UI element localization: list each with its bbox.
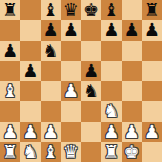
- square-a4[interactable]: ♝: [0, 81, 20, 101]
- white-bishop: ♝: [2, 81, 18, 101]
- black-bishop: ♝: [103, 0, 119, 20]
- black-pawn: ♟: [63, 20, 79, 40]
- square-b4[interactable]: [20, 81, 40, 101]
- black-rook: ♜: [144, 0, 160, 20]
- square-g5[interactable]: [122, 61, 142, 81]
- square-b5[interactable]: ♟: [20, 61, 40, 81]
- square-b7[interactable]: [20, 20, 40, 40]
- square-a1[interactable]: ♜: [0, 142, 20, 162]
- square-f2[interactable]: ♟: [101, 122, 121, 142]
- square-d3[interactable]: [61, 101, 81, 121]
- black-pawn: ♟: [43, 20, 59, 40]
- white-pawn: ♟: [63, 81, 79, 101]
- white-king: ♚: [124, 142, 140, 162]
- square-c8[interactable]: ♝: [41, 0, 61, 20]
- square-c1[interactable]: ♝: [41, 142, 61, 162]
- square-g1[interactable]: ♚: [122, 142, 142, 162]
- square-h7[interactable]: ♟: [142, 20, 162, 40]
- black-knight: ♞: [83, 81, 99, 101]
- square-b3[interactable]: [20, 101, 40, 121]
- square-h1[interactable]: [142, 142, 162, 162]
- square-h4[interactable]: [142, 81, 162, 101]
- white-pawn: ♟: [103, 122, 119, 142]
- square-g6[interactable]: [122, 41, 142, 61]
- white-pawn: ♟: [124, 122, 140, 142]
- square-a3[interactable]: [0, 101, 20, 121]
- black-pawn: ♟: [2, 41, 18, 61]
- square-c5[interactable]: [41, 61, 61, 81]
- square-g3[interactable]: [122, 101, 142, 121]
- square-d5[interactable]: [61, 61, 81, 81]
- white-pawn: ♟: [22, 122, 38, 142]
- square-h3[interactable]: [142, 101, 162, 121]
- square-c3[interactable]: [41, 101, 61, 121]
- square-h6[interactable]: [142, 41, 162, 61]
- black-pawn: ♟: [124, 20, 140, 40]
- white-bishop: ♝: [43, 142, 59, 162]
- white-pawn: ♟: [144, 122, 160, 142]
- square-g4[interactable]: [122, 81, 142, 101]
- square-f7[interactable]: ♟: [101, 20, 121, 40]
- square-c7[interactable]: ♟: [41, 20, 61, 40]
- white-pawn: ♟: [43, 122, 59, 142]
- square-c2[interactable]: ♟: [41, 122, 61, 142]
- square-e5[interactable]: ♟: [81, 61, 101, 81]
- square-e2[interactable]: [81, 122, 101, 142]
- square-h8[interactable]: ♜: [142, 0, 162, 20]
- white-rook: ♜: [103, 142, 119, 162]
- square-d2[interactable]: [61, 122, 81, 142]
- square-c6[interactable]: ♞: [41, 41, 61, 61]
- square-b2[interactable]: ♟: [20, 122, 40, 142]
- square-e4[interactable]: ♞: [81, 81, 101, 101]
- white-knight: ♞: [22, 142, 38, 162]
- white-knight: ♞: [103, 101, 119, 121]
- square-b6[interactable]: [20, 41, 40, 61]
- square-f6[interactable]: [101, 41, 121, 61]
- black-queen: ♛: [63, 0, 79, 20]
- square-f5[interactable]: [101, 61, 121, 81]
- square-d1[interactable]: ♛: [61, 142, 81, 162]
- square-f8[interactable]: ♝: [101, 0, 121, 20]
- square-e7[interactable]: [81, 20, 101, 40]
- white-rook: ♜: [2, 142, 18, 162]
- white-queen: ♛: [63, 142, 79, 162]
- square-d6[interactable]: [61, 41, 81, 61]
- square-d4[interactable]: ♟: [61, 81, 81, 101]
- black-bishop: ♝: [43, 0, 59, 20]
- square-a6[interactable]: ♟: [0, 41, 20, 61]
- black-pawn: ♟: [22, 61, 38, 81]
- square-g7[interactable]: ♟: [122, 20, 142, 40]
- square-h5[interactable]: [142, 61, 162, 81]
- square-e3[interactable]: [81, 101, 101, 121]
- white-pawn: ♟: [2, 122, 18, 142]
- square-d7[interactable]: ♟: [61, 20, 81, 40]
- square-f3[interactable]: ♞: [101, 101, 121, 121]
- square-e1[interactable]: [81, 142, 101, 162]
- chess-board: ♜♝♛♚♝♜♟♟♟♟♟♟♞♟♟♝♟♞♞♟♟♟♟♟♟♜♞♝♛♜♚: [0, 0, 162, 162]
- square-g2[interactable]: ♟: [122, 122, 142, 142]
- black-pawn: ♟: [144, 20, 160, 40]
- square-f1[interactable]: ♜: [101, 142, 121, 162]
- square-e6[interactable]: [81, 41, 101, 61]
- square-a8[interactable]: ♜: [0, 0, 20, 20]
- square-c4[interactable]: [41, 81, 61, 101]
- black-knight: ♞: [43, 41, 59, 61]
- square-a7[interactable]: [0, 20, 20, 40]
- square-d8[interactable]: ♛: [61, 0, 81, 20]
- black-king: ♚: [83, 0, 99, 20]
- square-a2[interactable]: ♟: [0, 122, 20, 142]
- square-f4[interactable]: [101, 81, 121, 101]
- square-b8[interactable]: [20, 0, 40, 20]
- square-e8[interactable]: ♚: [81, 0, 101, 20]
- black-pawn: ♟: [103, 20, 119, 40]
- black-pawn: ♟: [83, 61, 99, 81]
- square-b1[interactable]: ♞: [20, 142, 40, 162]
- square-g8[interactable]: [122, 0, 142, 20]
- square-a5[interactable]: [0, 61, 20, 81]
- square-h2[interactable]: ♟: [142, 122, 162, 142]
- black-rook: ♜: [2, 0, 18, 20]
